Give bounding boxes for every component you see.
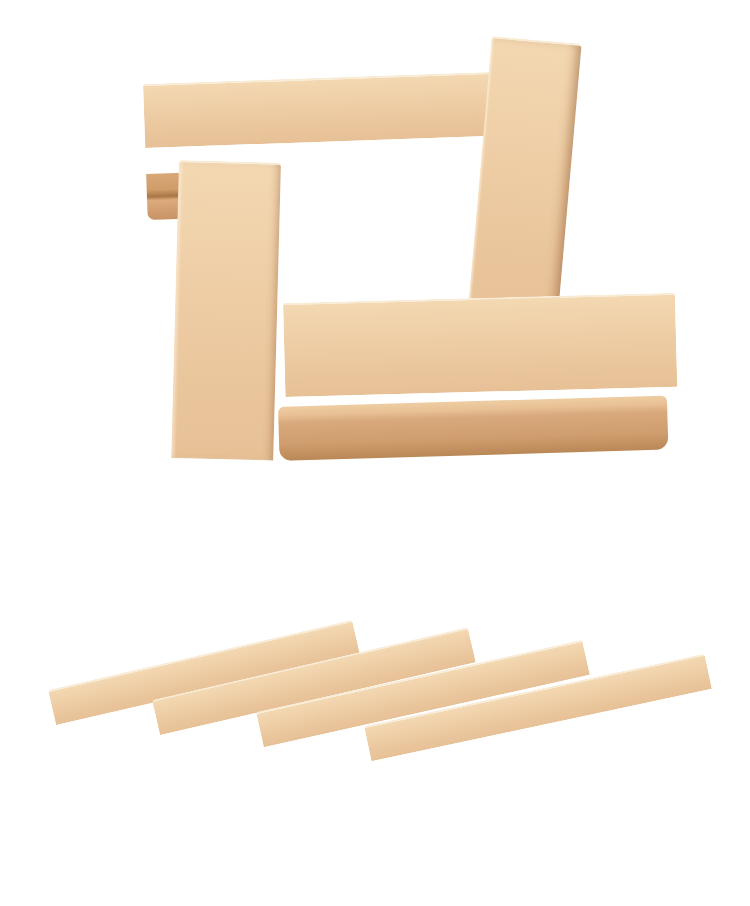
cylinder-block-west xyxy=(170,160,281,515)
raised-cylinder-salmon-tall xyxy=(0,313,38,366)
socket xyxy=(0,364,21,378)
cylinder-block-south xyxy=(283,293,678,427)
ground-shadow xyxy=(0,0,300,50)
raised-cylinder-tall xyxy=(0,209,44,261)
ground-shadow xyxy=(0,512,96,534)
ground-shadow xyxy=(0,486,110,512)
product-photo-montessori-cylinder-blocks xyxy=(0,0,750,906)
block-top-face xyxy=(171,160,281,461)
standing-cylinder-largest xyxy=(0,534,77,626)
block-top-face xyxy=(283,293,677,397)
